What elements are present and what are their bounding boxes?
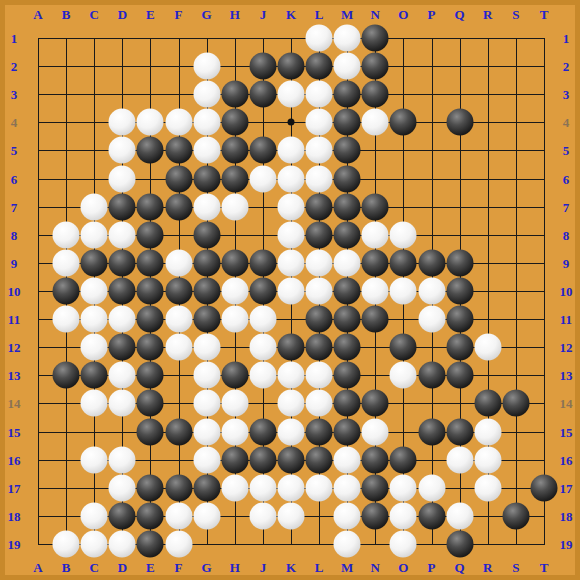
stone-white[interactable] xyxy=(334,530,361,557)
stone-black[interactable] xyxy=(221,446,248,473)
row-label-left: 15 xyxy=(8,425,21,438)
column-label-top: R xyxy=(483,8,492,21)
row-label-right: 2 xyxy=(563,60,570,73)
stone-black[interactable] xyxy=(306,193,333,220)
stone-white[interactable] xyxy=(277,277,304,304)
stone-black[interactable] xyxy=(109,334,136,361)
stone-white[interactable] xyxy=(334,446,361,473)
column-label-top: P xyxy=(428,8,436,21)
stone-black[interactable] xyxy=(165,418,192,445)
stone-black[interactable] xyxy=(334,334,361,361)
stone-black[interactable] xyxy=(334,418,361,445)
stone-black[interactable] xyxy=(277,334,304,361)
stone-white[interactable] xyxy=(390,362,417,389)
column-label-top: F xyxy=(175,8,183,21)
stone-white[interactable] xyxy=(81,502,108,529)
stone-black[interactable] xyxy=(165,165,192,192)
stone-black[interactable] xyxy=(502,502,529,529)
column-label-bottom: B xyxy=(62,560,71,573)
stone-white[interactable] xyxy=(306,249,333,276)
stone-white[interactable] xyxy=(109,390,136,417)
stone-white[interactable] xyxy=(109,446,136,473)
column-label-top: B xyxy=(62,8,71,21)
stone-white[interactable] xyxy=(334,53,361,80)
stone-white[interactable] xyxy=(109,306,136,333)
row-label-left: 13 xyxy=(8,369,21,382)
stone-black[interactable] xyxy=(306,221,333,248)
stone-white[interactable] xyxy=(418,277,445,304)
stone-black[interactable] xyxy=(446,530,473,557)
stone-black[interactable] xyxy=(249,53,276,80)
stone-white[interactable] xyxy=(109,362,136,389)
stone-white[interactable] xyxy=(446,502,473,529)
column-label-top: N xyxy=(371,8,380,21)
stone-white[interactable] xyxy=(81,530,108,557)
stone-white[interactable] xyxy=(390,474,417,501)
stone-white[interactable] xyxy=(306,109,333,136)
stone-white[interactable] xyxy=(193,53,220,80)
stone-black[interactable] xyxy=(249,249,276,276)
column-label-bottom: T xyxy=(540,560,549,573)
stone-white[interactable] xyxy=(306,25,333,52)
row-label-left: 5 xyxy=(11,144,18,157)
row-label-left: 1 xyxy=(11,32,18,45)
column-label-bottom: R xyxy=(483,560,492,573)
stone-black[interactable] xyxy=(193,249,220,276)
row-label-right: 15 xyxy=(559,425,572,438)
stone-white[interactable] xyxy=(277,390,304,417)
stone-white[interactable] xyxy=(165,306,192,333)
stone-white[interactable] xyxy=(221,277,248,304)
stone-white[interactable] xyxy=(446,446,473,473)
stone-white[interactable] xyxy=(193,137,220,164)
stone-white[interactable] xyxy=(277,418,304,445)
stone-black[interactable] xyxy=(446,306,473,333)
column-label-bottom: N xyxy=(371,560,380,573)
stone-black[interactable] xyxy=(81,362,108,389)
row-label-left: 7 xyxy=(11,200,18,213)
row-label-right: 13 xyxy=(559,369,572,382)
column-label-bottom: K xyxy=(286,560,296,573)
star-point xyxy=(287,119,294,126)
stone-white[interactable] xyxy=(193,193,220,220)
stone-white[interactable] xyxy=(249,362,276,389)
stone-white[interactable] xyxy=(221,390,248,417)
stone-black[interactable] xyxy=(446,362,473,389)
stone-black[interactable] xyxy=(334,165,361,192)
row-label-right: 14 xyxy=(559,397,572,410)
column-label-top: G xyxy=(202,8,212,21)
stone-black[interactable] xyxy=(165,277,192,304)
stone-white[interactable] xyxy=(277,474,304,501)
column-label-top: S xyxy=(512,8,519,21)
stone-black[interactable] xyxy=(334,109,361,136)
stone-black[interactable] xyxy=(277,446,304,473)
stone-white[interactable] xyxy=(109,474,136,501)
column-label-bottom: O xyxy=(398,560,408,573)
stone-white[interactable] xyxy=(277,502,304,529)
column-label-bottom: M xyxy=(341,560,353,573)
stone-white[interactable] xyxy=(193,446,220,473)
stone-black[interactable] xyxy=(390,446,417,473)
stone-black[interactable] xyxy=(306,53,333,80)
stone-black[interactable] xyxy=(530,474,557,501)
column-label-bottom: D xyxy=(118,560,127,573)
stone-white[interactable] xyxy=(53,221,80,248)
stone-white[interactable] xyxy=(81,446,108,473)
column-label-top: Q xyxy=(455,8,465,21)
column-label-bottom: S xyxy=(512,560,519,573)
stone-white[interactable] xyxy=(362,418,389,445)
stone-black[interactable] xyxy=(137,306,164,333)
stone-white[interactable] xyxy=(474,418,501,445)
stone-black[interactable] xyxy=(390,334,417,361)
stone-black[interactable] xyxy=(165,193,192,220)
column-label-bottom: E xyxy=(146,560,155,573)
stone-black[interactable] xyxy=(137,362,164,389)
stone-white[interactable] xyxy=(277,362,304,389)
row-label-left: 10 xyxy=(8,284,21,297)
row-label-right: 9 xyxy=(563,256,570,269)
stone-black[interactable] xyxy=(53,362,80,389)
stone-black[interactable] xyxy=(362,53,389,80)
stone-white[interactable] xyxy=(306,165,333,192)
stone-white[interactable] xyxy=(249,502,276,529)
stone-black[interactable] xyxy=(334,390,361,417)
stone-black[interactable] xyxy=(334,193,361,220)
stone-black[interactable] xyxy=(334,277,361,304)
stone-white[interactable] xyxy=(390,530,417,557)
row-label-left: 18 xyxy=(8,509,21,522)
row-label-left: 19 xyxy=(8,537,21,550)
stone-white[interactable] xyxy=(362,221,389,248)
stone-black[interactable] xyxy=(221,137,248,164)
stone-black[interactable] xyxy=(249,81,276,108)
stone-black[interactable] xyxy=(334,137,361,164)
row-label-left: 8 xyxy=(11,228,18,241)
row-label-right: 6 xyxy=(563,172,570,185)
column-label-top: L xyxy=(315,8,324,21)
row-label-left: 6 xyxy=(11,172,18,185)
stone-black[interactable] xyxy=(193,277,220,304)
row-label-right: 4 xyxy=(563,116,570,129)
stone-white[interactable] xyxy=(53,530,80,557)
stone-white[interactable] xyxy=(277,81,304,108)
stone-white[interactable] xyxy=(221,193,248,220)
stone-white[interactable] xyxy=(334,502,361,529)
stone-white[interactable] xyxy=(306,277,333,304)
stone-black[interactable] xyxy=(362,25,389,52)
stone-black[interactable] xyxy=(249,137,276,164)
stone-black[interactable] xyxy=(137,249,164,276)
stone-white[interactable] xyxy=(165,502,192,529)
stone-black[interactable] xyxy=(474,390,501,417)
stone-black[interactable] xyxy=(137,221,164,248)
stone-black[interactable] xyxy=(249,277,276,304)
stone-white[interactable] xyxy=(193,109,220,136)
stone-black[interactable] xyxy=(165,474,192,501)
stone-black[interactable] xyxy=(306,446,333,473)
stone-black[interactable] xyxy=(418,362,445,389)
stone-black[interactable] xyxy=(193,221,220,248)
stone-black[interactable] xyxy=(362,193,389,220)
stone-black[interactable] xyxy=(362,306,389,333)
stone-black[interactable] xyxy=(193,306,220,333)
stone-black[interactable] xyxy=(306,334,333,361)
stone-white[interactable] xyxy=(306,137,333,164)
stone-black[interactable] xyxy=(109,193,136,220)
stone-white[interactable] xyxy=(165,249,192,276)
stone-black[interactable] xyxy=(446,334,473,361)
row-label-left: 2 xyxy=(11,60,18,73)
column-label-top: J xyxy=(260,8,267,21)
row-label-right: 12 xyxy=(559,341,572,354)
stone-white[interactable] xyxy=(53,249,80,276)
stone-white[interactable] xyxy=(418,474,445,501)
stone-white[interactable] xyxy=(474,334,501,361)
column-label-top: O xyxy=(398,8,408,21)
stone-white[interactable] xyxy=(81,306,108,333)
column-label-top: H xyxy=(230,8,240,21)
stone-black[interactable] xyxy=(137,334,164,361)
stone-black[interactable] xyxy=(362,81,389,108)
stone-white[interactable] xyxy=(137,109,164,136)
stone-black[interactable] xyxy=(109,502,136,529)
stone-black[interactable] xyxy=(334,81,361,108)
stone-white[interactable] xyxy=(334,25,361,52)
stone-black[interactable] xyxy=(334,221,361,248)
stone-black[interactable] xyxy=(249,446,276,473)
stone-white[interactable] xyxy=(165,530,192,557)
stone-white[interactable] xyxy=(249,306,276,333)
row-label-right: 1 xyxy=(563,32,570,45)
stone-white[interactable] xyxy=(221,474,248,501)
stone-white[interactable] xyxy=(277,165,304,192)
stone-white[interactable] xyxy=(221,418,248,445)
stone-black[interactable] xyxy=(81,249,108,276)
stone-white[interactable] xyxy=(81,221,108,248)
stone-white[interactable] xyxy=(81,390,108,417)
stone-white[interactable] xyxy=(334,249,361,276)
column-label-bottom: Q xyxy=(455,560,465,573)
column-label-bottom: H xyxy=(230,560,240,573)
stone-black[interactable] xyxy=(362,474,389,501)
row-label-right: 8 xyxy=(563,228,570,241)
stone-white[interactable] xyxy=(277,137,304,164)
column-label-top: E xyxy=(146,8,155,21)
stone-white[interactable] xyxy=(193,502,220,529)
column-label-bottom: J xyxy=(260,560,267,573)
stone-white[interactable] xyxy=(193,390,220,417)
column-label-top: A xyxy=(33,8,42,21)
column-label-bottom: A xyxy=(33,560,42,573)
stone-white[interactable] xyxy=(249,165,276,192)
stone-white[interactable] xyxy=(277,221,304,248)
stone-white[interactable] xyxy=(306,474,333,501)
grid-line-vertical xyxy=(544,38,545,545)
stone-white[interactable] xyxy=(418,306,445,333)
stone-black[interactable] xyxy=(109,277,136,304)
column-label-bottom: P xyxy=(428,560,436,573)
stone-black[interactable] xyxy=(362,249,389,276)
stone-black[interactable] xyxy=(362,446,389,473)
stone-black[interactable] xyxy=(446,249,473,276)
stone-black[interactable] xyxy=(362,502,389,529)
stone-black[interactable] xyxy=(334,362,361,389)
stone-white[interactable] xyxy=(53,306,80,333)
stone-white[interactable] xyxy=(109,109,136,136)
stone-white[interactable] xyxy=(221,306,248,333)
row-label-right: 16 xyxy=(559,453,572,466)
stone-black[interactable] xyxy=(221,362,248,389)
column-label-top: M xyxy=(341,8,353,21)
stone-white[interactable] xyxy=(109,137,136,164)
row-label-right: 17 xyxy=(559,481,572,494)
stone-white[interactable] xyxy=(390,502,417,529)
row-label-left: 17 xyxy=(8,481,21,494)
row-label-left: 11 xyxy=(8,313,20,326)
stone-black[interactable] xyxy=(306,306,333,333)
stone-white[interactable] xyxy=(306,362,333,389)
stone-black[interactable] xyxy=(137,277,164,304)
stone-black[interactable] xyxy=(221,81,248,108)
stone-black[interactable] xyxy=(165,137,192,164)
column-label-top: C xyxy=(90,8,99,21)
stone-black[interactable] xyxy=(334,306,361,333)
stone-white[interactable] xyxy=(306,81,333,108)
stone-black[interactable] xyxy=(53,277,80,304)
stone-black[interactable] xyxy=(137,137,164,164)
row-label-left: 9 xyxy=(11,256,18,269)
stone-white[interactable] xyxy=(165,109,192,136)
stone-black[interactable] xyxy=(137,530,164,557)
stone-white[interactable] xyxy=(474,446,501,473)
stone-white[interactable] xyxy=(277,249,304,276)
stone-white[interactable] xyxy=(193,362,220,389)
stone-white[interactable] xyxy=(109,530,136,557)
stone-black[interactable] xyxy=(502,390,529,417)
stone-black[interactable] xyxy=(137,193,164,220)
stone-black[interactable] xyxy=(418,502,445,529)
row-label-left: 16 xyxy=(8,453,21,466)
stone-white[interactable] xyxy=(81,277,108,304)
stone-black[interactable] xyxy=(418,249,445,276)
stone-black[interactable] xyxy=(193,474,220,501)
stone-black[interactable] xyxy=(137,502,164,529)
row-label-left: 4 xyxy=(11,116,18,129)
row-label-right: 18 xyxy=(559,509,572,522)
stone-white[interactable] xyxy=(390,221,417,248)
stone-black[interactable] xyxy=(446,277,473,304)
row-label-right: 3 xyxy=(563,88,570,101)
stone-white[interactable] xyxy=(193,81,220,108)
stone-black[interactable] xyxy=(137,418,164,445)
stone-white[interactable] xyxy=(362,109,389,136)
stone-white[interactable] xyxy=(362,277,389,304)
stone-black[interactable] xyxy=(137,390,164,417)
stone-white[interactable] xyxy=(81,334,108,361)
stone-black[interactable] xyxy=(418,418,445,445)
stone-black[interactable] xyxy=(221,165,248,192)
stone-black[interactable] xyxy=(277,53,304,80)
row-label-right: 7 xyxy=(563,200,570,213)
stone-black[interactable] xyxy=(362,390,389,417)
stone-black[interactable] xyxy=(446,109,473,136)
column-label-bottom: L xyxy=(315,560,324,573)
stone-white[interactable] xyxy=(277,193,304,220)
column-label-bottom: F xyxy=(175,560,183,573)
go-board[interactable]: AABBCCDDEEFFGGHHJJKKLLMMNNOOPPQQRRSSTT11… xyxy=(0,0,580,580)
stone-white[interactable] xyxy=(109,221,136,248)
row-label-right: 10 xyxy=(559,284,572,297)
stone-white[interactable] xyxy=(109,165,136,192)
stone-white[interactable] xyxy=(249,334,276,361)
column-label-top: D xyxy=(118,8,127,21)
stone-black[interactable] xyxy=(221,249,248,276)
row-label-left: 3 xyxy=(11,88,18,101)
column-label-bottom: G xyxy=(202,560,212,573)
stone-black[interactable] xyxy=(390,109,417,136)
stone-white[interactable] xyxy=(390,277,417,304)
stone-black[interactable] xyxy=(306,418,333,445)
stone-white[interactable] xyxy=(165,334,192,361)
stone-black[interactable] xyxy=(390,249,417,276)
stone-white[interactable] xyxy=(193,418,220,445)
stone-black[interactable] xyxy=(137,474,164,501)
row-label-left: 14 xyxy=(8,397,21,410)
stone-black[interactable] xyxy=(249,418,276,445)
grid-line-vertical xyxy=(516,38,517,545)
stone-white[interactable] xyxy=(334,474,361,501)
stone-black[interactable] xyxy=(109,249,136,276)
column-label-top: K xyxy=(286,8,296,21)
row-label-left: 12 xyxy=(8,341,21,354)
row-label-right: 5 xyxy=(563,144,570,157)
stone-white[interactable] xyxy=(249,474,276,501)
stone-white[interactable] xyxy=(193,334,220,361)
stone-black[interactable] xyxy=(193,165,220,192)
column-label-top: T xyxy=(540,8,549,21)
column-label-bottom: C xyxy=(90,560,99,573)
stone-black[interactable] xyxy=(221,109,248,136)
stone-black[interactable] xyxy=(446,418,473,445)
stone-white[interactable] xyxy=(474,474,501,501)
stone-white[interactable] xyxy=(81,193,108,220)
stone-white[interactable] xyxy=(306,390,333,417)
row-label-right: 11 xyxy=(560,313,572,326)
row-label-right: 19 xyxy=(559,537,572,550)
